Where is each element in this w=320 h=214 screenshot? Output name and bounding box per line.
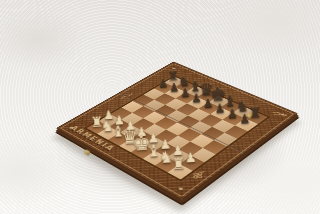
- brass-latch-icon: [84, 150, 90, 156]
- product-photo-scene: ARMENIA: [0, 0, 320, 214]
- board-tilt-wrapper: ARMENIA: [0, 0, 320, 214]
- chess-board: ARMENIA: [56, 62, 299, 201]
